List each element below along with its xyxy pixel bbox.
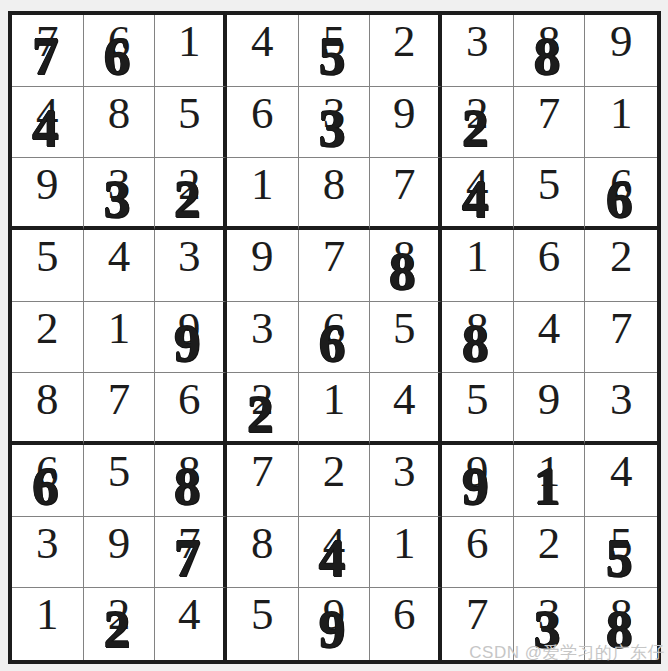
filled-digit: 3: [82, 170, 153, 228]
solution-digit: 6: [299, 304, 370, 354]
solution-digit: 7: [12, 17, 83, 67]
cell-r6c9[interactable]: 3: [585, 373, 657, 445]
solution-digit: 3: [514, 590, 585, 640]
solution-digit: 3: [84, 160, 155, 210]
solution-digit: 3: [299, 89, 370, 139]
solution-digit: 4: [442, 160, 513, 210]
cell-r8c9[interactable]: 55: [585, 517, 657, 589]
solution-digit: 6: [84, 17, 155, 67]
cell-r5c8[interactable]: 4: [514, 302, 586, 374]
solution-digit: 5: [514, 160, 585, 210]
solution-digit: 6: [514, 232, 585, 282]
cell-r6c2[interactable]: 7: [84, 373, 156, 445]
solution-digit: 9: [84, 519, 155, 569]
cell-r1c5[interactable]: 55: [299, 15, 371, 87]
solution-digit: 2: [442, 89, 513, 139]
solution-digit: 3: [227, 304, 298, 354]
solution-digit: 8: [155, 447, 223, 497]
cell-r1c9[interactable]: 9: [585, 15, 657, 87]
solution-digit: 6: [585, 160, 657, 210]
solution-digit: 3: [155, 232, 223, 282]
cell-r7c2[interactable]: 5: [84, 445, 156, 517]
cell-r8c2[interactable]: 9: [84, 517, 156, 589]
filled-digit: 6: [583, 170, 655, 228]
cell-r4c4[interactable]: 9: [227, 230, 299, 302]
solution-digit: 9: [299, 590, 370, 640]
cell-r2c9[interactable]: 1: [585, 87, 657, 159]
solution-digit: 1: [514, 447, 585, 497]
solution-digit: 2: [299, 447, 370, 497]
filled-digit: 3: [297, 99, 368, 157]
solution-digit: 8: [227, 519, 298, 569]
solution-digit: 9: [442, 447, 513, 497]
solution-digit: 4: [12, 89, 83, 139]
cell-r1c6[interactable]: 2: [370, 15, 442, 87]
solution-digit: 5: [370, 304, 438, 354]
solution-digit: 1: [299, 375, 370, 425]
solution-digit: 8: [585, 590, 657, 640]
cell-r4c6[interactable]: 88: [370, 230, 442, 302]
cell-r9c1[interactable]: 1: [12, 588, 84, 660]
filled-digit: 1: [512, 457, 583, 515]
solution-digit: 4: [227, 17, 298, 67]
solution-digit: 8: [12, 375, 83, 425]
solution-digit: 5: [442, 375, 513, 425]
solution-digit: 2: [12, 304, 83, 354]
solution-digit: 8: [370, 232, 438, 282]
cell-r8c1[interactable]: 3: [12, 517, 84, 589]
cell-r4c1[interactable]: 5: [12, 230, 84, 302]
cell-r1c3[interactable]: 1: [155, 15, 227, 87]
cell-r3c9[interactable]: 66: [585, 158, 657, 230]
solution-digit: 7: [299, 232, 370, 282]
cell-r9c4[interactable]: 5: [227, 588, 299, 660]
cell-r6c6[interactable]: 4: [370, 373, 442, 445]
cell-r7c8[interactable]: 11: [514, 445, 586, 517]
solution-digit: 8: [299, 160, 370, 210]
solution-digit: 3: [442, 17, 513, 67]
cell-r3c6[interactable]: 7: [370, 158, 442, 230]
filled-digit: 6: [10, 457, 81, 515]
cell-r8c7[interactable]: 6: [442, 517, 514, 589]
cell-r3c2[interactable]: 33: [84, 158, 156, 230]
cell-r2c6[interactable]: 9: [370, 87, 442, 159]
solution-digit: 9: [585, 17, 657, 67]
cell-r2c8[interactable]: 7: [514, 87, 586, 159]
cell-r6c3[interactable]: 6: [155, 373, 227, 445]
cell-r9c5[interactable]: 99: [299, 588, 371, 660]
solution-digit: 4: [84, 232, 155, 282]
solution-digit: 3: [585, 375, 657, 425]
solution-digit: 5: [227, 590, 298, 640]
solution-digit: 6: [227, 89, 298, 139]
filled-digit: 2: [153, 170, 221, 228]
solution-digit: 5: [585, 519, 657, 569]
cell-r3c1[interactable]: 9: [12, 158, 84, 230]
cell-r7c4[interactable]: 7: [227, 445, 299, 517]
solution-digit: 5: [299, 17, 370, 67]
filled-digit: 6: [297, 314, 368, 372]
cell-r6c4[interactable]: 22: [227, 373, 299, 445]
cell-r3c8[interactable]: 5: [514, 158, 586, 230]
solution-digit: 9: [514, 375, 585, 425]
cell-r8c6[interactable]: 1: [370, 517, 442, 589]
cell-r9c3[interactable]: 4: [155, 588, 227, 660]
cell-r3c3[interactable]: 22: [155, 158, 227, 230]
cell-r9c6[interactable]: 6: [370, 588, 442, 660]
filled-digit: 4: [10, 99, 81, 157]
cell-r7c9[interactable]: 4: [585, 445, 657, 517]
cell-r6c8[interactable]: 9: [514, 373, 586, 445]
solution-digit: 6: [442, 519, 513, 569]
cell-r5c5[interactable]: 66: [299, 302, 371, 374]
solution-digit: 9: [12, 160, 83, 210]
cell-r5c1[interactable]: 2: [12, 302, 84, 374]
sudoku-page: 7766145523889448563392271933221874456654…: [0, 0, 668, 671]
solution-digit: 9: [370, 89, 438, 139]
solution-digit: 1: [370, 519, 438, 569]
filled-digit: 7: [153, 529, 221, 587]
solution-digit: 7: [227, 447, 298, 497]
filled-digit: 8: [512, 27, 583, 85]
cell-r3c7[interactable]: 44: [442, 158, 514, 230]
cell-r9c2[interactable]: 22: [84, 588, 156, 660]
solution-digit: 4: [155, 590, 223, 640]
cell-r1c4[interactable]: 4: [227, 15, 299, 87]
solution-digit: 7: [84, 375, 155, 425]
solution-digit: 6: [370, 590, 438, 640]
solution-digit: 2: [514, 519, 585, 569]
solution-digit: 7: [442, 590, 513, 640]
filled-digit: 2: [82, 600, 153, 658]
cell-r8c4[interactable]: 8: [227, 517, 299, 589]
solution-digit: 7: [514, 89, 585, 139]
solution-digit: 1: [227, 160, 298, 210]
solution-digit: 3: [370, 447, 438, 497]
solution-digit: 1: [442, 232, 513, 282]
solution-digit: 8: [442, 304, 513, 354]
cell-r3c5[interactable]: 8: [299, 158, 371, 230]
cell-r8c5[interactable]: 44: [299, 517, 371, 589]
solution-digit: 7: [155, 519, 223, 569]
cell-r4c2[interactable]: 4: [84, 230, 156, 302]
solution-digit: 1: [155, 17, 223, 67]
cell-r2c4[interactable]: 6: [227, 87, 299, 159]
cell-r7c3[interactable]: 88: [155, 445, 227, 517]
solution-digit: 2: [155, 160, 223, 210]
solution-digit: 6: [12, 447, 83, 497]
filled-digit: 9: [153, 314, 221, 372]
cell-r1c1[interactable]: 77: [12, 15, 84, 87]
solution-digit: 7: [370, 160, 438, 210]
solution-digit: 3: [12, 519, 83, 569]
filled-digit: 6: [82, 27, 153, 85]
solution-digit: 4: [585, 447, 657, 497]
cell-r4c7[interactable]: 1: [442, 230, 514, 302]
cell-r2c2[interactable]: 8: [84, 87, 156, 159]
solution-digit: 1: [585, 89, 657, 139]
filled-digit: 5: [297, 27, 368, 85]
solution-digit: 2: [227, 375, 298, 425]
solution-digit: 1: [12, 590, 83, 640]
filled-digit: 5: [583, 529, 655, 587]
cell-r7c7[interactable]: 99: [442, 445, 514, 517]
filled-digit: 7: [10, 27, 81, 85]
filled-digit: 4: [297, 529, 368, 587]
solution-digit: 2: [370, 17, 438, 67]
solution-digit: 9: [227, 232, 298, 282]
cell-r2c1[interactable]: 44: [12, 87, 84, 159]
solution-digit: 5: [12, 232, 83, 282]
cell-r6c1[interactable]: 8: [12, 373, 84, 445]
solution-digit: 4: [514, 304, 585, 354]
cell-r2c3[interactable]: 5: [155, 87, 227, 159]
cell-r6c7[interactable]: 5: [442, 373, 514, 445]
cell-r2c7[interactable]: 22: [442, 87, 514, 159]
cell-r5c6[interactable]: 5: [370, 302, 442, 374]
cell-r1c8[interactable]: 88: [514, 15, 586, 87]
cell-r1c2[interactable]: 66: [84, 15, 156, 87]
cell-r4c9[interactable]: 2: [585, 230, 657, 302]
cell-r7c1[interactable]: 66: [12, 445, 84, 517]
filled-digit: 8: [153, 457, 221, 515]
filled-digit: 8: [440, 314, 511, 372]
filled-digit: 9: [297, 600, 368, 658]
cell-r7c6[interactable]: 3: [370, 445, 442, 517]
solution-digit: 6: [155, 375, 223, 425]
solution-digit: 8: [84, 89, 155, 139]
cell-r5c2[interactable]: 1: [84, 302, 156, 374]
filled-digit: 8: [368, 242, 436, 300]
solution-digit: 9: [155, 304, 223, 354]
cell-r8c3[interactable]: 77: [155, 517, 227, 589]
cell-r4c8[interactable]: 6: [514, 230, 586, 302]
cell-r7c5[interactable]: 2: [299, 445, 371, 517]
solution-digit: 5: [155, 89, 223, 139]
solution-digit: 2: [585, 232, 657, 282]
solution-digit: 4: [299, 519, 370, 569]
cell-r1c7[interactable]: 3: [442, 15, 514, 87]
cell-r5c7[interactable]: 88: [442, 302, 514, 374]
cell-r5c3[interactable]: 99: [155, 302, 227, 374]
solution-digit: 4: [370, 375, 438, 425]
cell-r2c5[interactable]: 33: [299, 87, 371, 159]
solution-digit: 7: [585, 304, 657, 354]
filled-digit: 2: [440, 99, 511, 157]
filled-digit: 9: [440, 457, 511, 515]
solution-digit: 2: [84, 590, 155, 640]
filled-digit: 4: [440, 170, 511, 228]
cell-r8c8[interactable]: 2: [514, 517, 586, 589]
solution-digit: 8: [514, 17, 585, 67]
csdn-watermark: CSDN @爱学习的广东仔: [469, 641, 665, 664]
solution-digit: 5: [84, 447, 155, 497]
cell-r5c9[interactable]: 7: [585, 302, 657, 374]
solution-digit: 1: [84, 304, 155, 354]
cell-r6c5[interactable]: 1: [299, 373, 371, 445]
filled-digit: 2: [225, 385, 296, 443]
cell-r4c3[interactable]: 3: [155, 230, 227, 302]
cell-r4c5[interactable]: 7: [299, 230, 371, 302]
cell-r3c4[interactable]: 1: [227, 158, 299, 230]
cell-r5c4[interactable]: 3: [227, 302, 299, 374]
sudoku-board: 7766145523889448563392271933221874456654…: [8, 11, 661, 664]
